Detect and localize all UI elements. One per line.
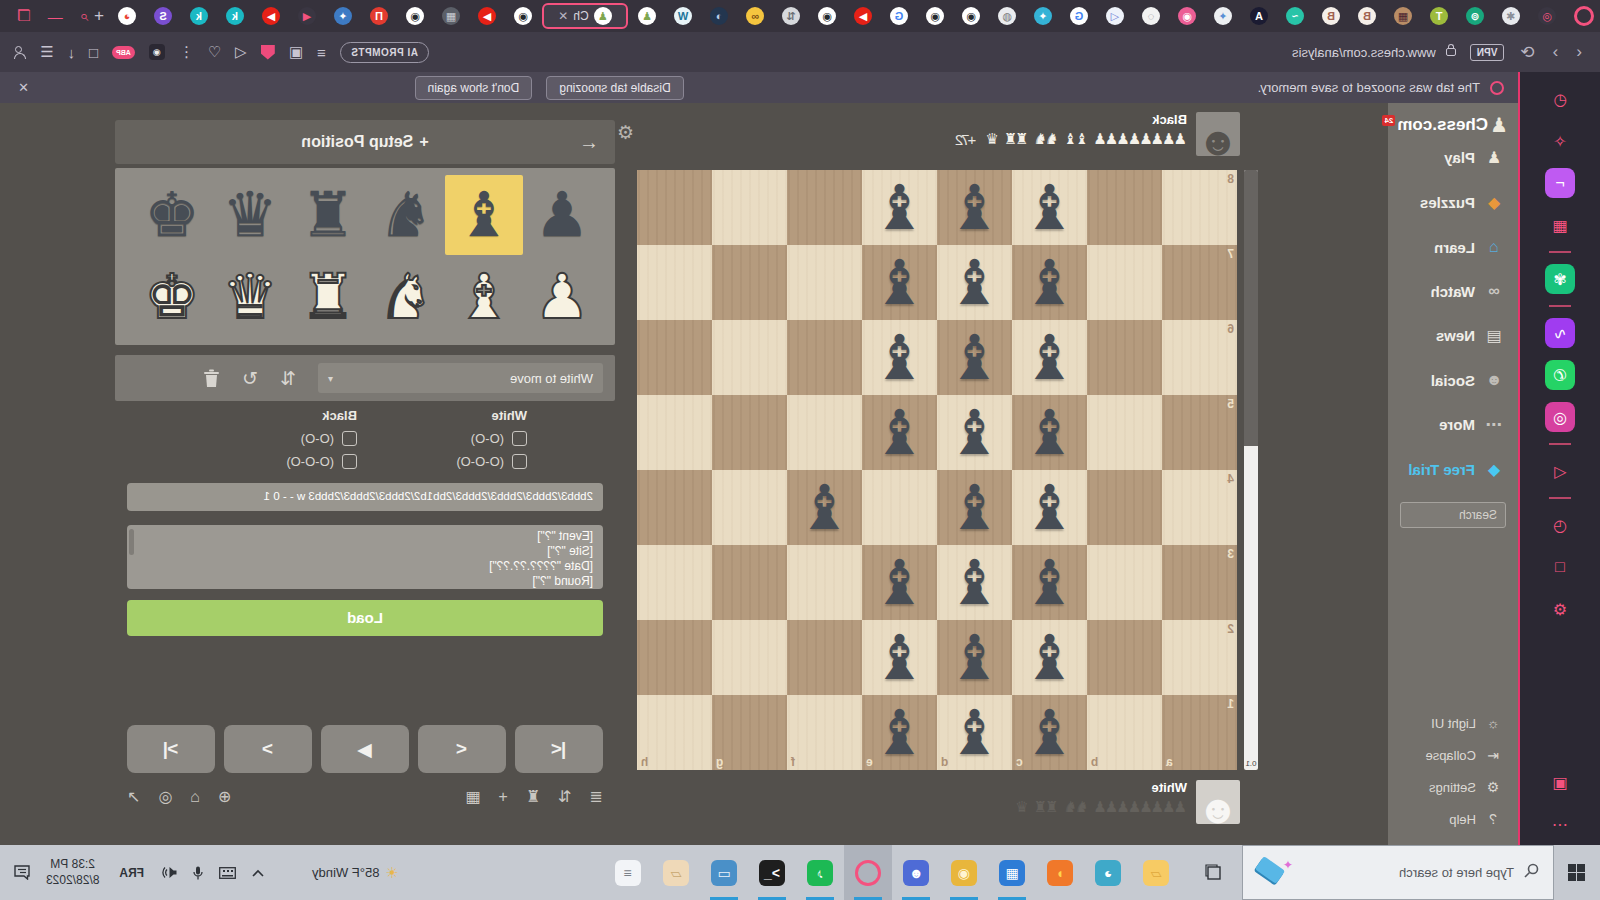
panel-header: ← +Setup Position	[115, 120, 615, 164]
black-bishop[interactable]: ♝	[862, 245, 937, 320]
play-forward-button[interactable]: ▶	[321, 725, 409, 773]
square-c4[interactable]: ♝	[1012, 470, 1087, 545]
broom-icon[interactable]: ✧	[1545, 126, 1575, 156]
captured-group: ♜♜	[1036, 798, 1059, 816]
browser-tab[interactable]: T	[1422, 3, 1456, 29]
browser-tab[interactable]: G	[882, 3, 916, 29]
printer-app-icon: ▭	[711, 860, 737, 886]
practice-icon[interactable]: ◎	[158, 787, 172, 806]
square-g3[interactable]	[712, 545, 787, 620]
square-c7[interactable]: ♝	[1012, 245, 1087, 320]
sidebar-item-learn[interactable]: ⌂Learn	[1388, 225, 1518, 269]
red-pi-tab: Π	[370, 7, 388, 25]
opera-gx-app[interactable]	[844, 845, 892, 900]
white-king-icon: ♚	[144, 266, 200, 328]
sidebar-item-more[interactable]: ⋯More	[1388, 402, 1518, 447]
spotify-app[interactable]: ♪	[796, 845, 844, 900]
white-rook-palette[interactable]: ♜	[289, 257, 367, 337]
browser-tab[interactable]: ◎	[1530, 3, 1564, 29]
to-move-row: White to move ▾ ⇅ ↻	[115, 355, 615, 401]
sidebar-footer-settings[interactable]: ⚙Settings	[1388, 771, 1518, 803]
touch-keyboard-icon[interactable]	[219, 867, 236, 879]
black-bishop-palette[interactable]: ♝	[445, 175, 523, 255]
clock[interactable]: 2:38 PM 8/28/2023	[46, 857, 99, 888]
square-a3[interactable]: 3	[1162, 545, 1237, 620]
tab-close-icon[interactable]: ✕	[558, 9, 568, 23]
white-captured-pieces: ♟♟♟♟♟♟♟♟♞♞♜♜♛	[1010, 798, 1187, 816]
square-c6[interactable]: ♝	[1012, 320, 1087, 395]
browser-tab[interactable]: ▶	[470, 3, 504, 29]
notification-close-icon[interactable]: ✕	[18, 80, 29, 95]
box-extension-icon[interactable]: □	[89, 44, 98, 61]
clock-icon[interactable]: ◷	[1545, 510, 1575, 540]
browser-tab[interactable]: ◉	[954, 3, 988, 29]
square-e2[interactable]: ♝	[862, 620, 937, 695]
black-bishop[interactable]: ♝	[937, 470, 1012, 545]
pieces-icon[interactable]: ♜	[526, 787, 540, 806]
black-queen-palette[interactable]: ♛	[211, 175, 289, 255]
sidebar-footer-label: Collapse	[1425, 748, 1476, 763]
browser-tab[interactable]: ▶	[846, 3, 880, 29]
square-f7[interactable]	[787, 245, 862, 320]
square-h2[interactable]	[637, 620, 712, 695]
square-b7[interactable]	[1087, 245, 1162, 320]
evaluation-bar-black-side	[1244, 170, 1258, 446]
black-bishop[interactable]: ♝	[1012, 545, 1087, 620]
square-e1[interactable]: e♝	[862, 695, 937, 770]
browser-tab[interactable]: ⇅	[774, 3, 808, 29]
black-bishop[interactable]: ♝	[1012, 470, 1087, 545]
chess-board[interactable]: 8♝♝♝7♝♝♝6♝♝♝5♝♝♝4♝♝♝3♝♝♝2♝♝♝1abc♝d♝e♝fgh	[637, 170, 1237, 770]
black-avatar[interactable]: ☻	[1196, 112, 1240, 156]
square-h3[interactable]	[637, 545, 712, 620]
snooze-notification-bar: The tab was snoozed to save memory. Disa…	[0, 72, 1518, 103]
gold-app[interactable]: ◉	[940, 845, 988, 900]
task-view-button[interactable]	[1194, 845, 1234, 900]
black-bishop[interactable]: ♝	[862, 395, 937, 470]
browser-tab[interactable]: ◌	[1134, 3, 1168, 29]
browser-tab[interactable]: ◉	[918, 3, 952, 29]
printer-app[interactable]: ▭	[700, 845, 748, 900]
browser-tab[interactable]: ▦	[1386, 3, 1420, 29]
browser-tab[interactable]: ∞	[738, 3, 772, 29]
dark-piece-row: ♟♝♞♜♛♚	[129, 174, 601, 256]
go-to-end-button[interactable]: >|	[127, 725, 215, 773]
hidden-icons-chevron[interactable]	[252, 869, 264, 877]
github-tab: ◉	[406, 7, 424, 25]
instagram-icon[interactable]: ◎	[1545, 402, 1575, 432]
disable-tab-snoozing-button[interactable]: Disable tab snoozing	[546, 76, 683, 100]
action-center-icon[interactable]	[14, 865, 30, 880]
square-b5[interactable]	[1087, 395, 1162, 470]
rank-label: 7	[1227, 247, 1234, 261]
material-score: +72	[957, 131, 976, 148]
snapshot-camera-icon[interactable]: ▣	[289, 43, 303, 61]
square-a1[interactable]: 1a	[1162, 695, 1237, 770]
sidebar-item-news[interactable]: ▤News	[1388, 313, 1518, 358]
download-icon[interactable]: ↓	[67, 44, 75, 61]
github-tab: ◉	[962, 7, 980, 25]
square-a4[interactable]: 4	[1162, 470, 1237, 545]
dont-show-again-button[interactable]: Don't show again	[415, 76, 533, 100]
captured-group: ♜♜	[1006, 130, 1029, 148]
square-f3[interactable]	[787, 545, 862, 620]
overflow-dots-icon[interactable]: ⋮	[179, 43, 194, 61]
square-b6[interactable]	[1087, 320, 1162, 395]
white-player-name: White	[1010, 780, 1187, 795]
black-rook-palette[interactable]: ♜	[289, 175, 367, 255]
browser-tab[interactable]: ▦	[434, 3, 468, 29]
weather-text: 85°F Windy	[312, 865, 379, 880]
microphone-icon[interactable]	[193, 866, 203, 880]
messenger-icon[interactable]: ∿	[1545, 318, 1575, 348]
whatsapp-icon[interactable]: ✆	[1545, 360, 1575, 390]
ai-prompts-button[interactable]: AI PROMPTS	[340, 42, 429, 63]
chesscom-logo[interactable]: ♟ Chess.com 24	[1388, 103, 1518, 135]
black-king-palette[interactable]: ♚	[133, 175, 211, 255]
black-kingside-checkbox[interactable]	[342, 431, 357, 446]
image-icon[interactable]: ▣	[1545, 767, 1575, 797]
youtube-tab: ▶	[478, 7, 496, 25]
black-bishop[interactable]: ♝	[937, 170, 1012, 245]
square-h7[interactable]	[637, 245, 712, 320]
browser-tab[interactable]: ◕	[110, 3, 144, 29]
forward-icon[interactable]: ›	[1553, 42, 1559, 62]
white-queenside-checkbox[interactable]	[512, 454, 527, 469]
file-label: g	[716, 755, 723, 769]
gear-icon: ⚙	[1484, 779, 1502, 795]
square-b1[interactable]: b	[1087, 695, 1162, 770]
rank-label: 3	[1227, 547, 1234, 561]
sidebar-item-play[interactable]: ♟Play	[1388, 135, 1518, 180]
speaker-icon[interactable]	[162, 866, 177, 879]
heart-extension-icon[interactable]: ♡	[208, 43, 221, 61]
browser-tab[interactable]: ▶	[254, 3, 288, 29]
firefox-app[interactable]: ◗	[1036, 845, 1084, 900]
square-b8[interactable]	[1087, 170, 1162, 245]
browser-tab[interactable]: ◉	[810, 3, 844, 29]
send-extension-icon[interactable]: ◁	[235, 43, 247, 61]
white-castling-header: White	[377, 408, 527, 423]
square-g1[interactable]: g	[712, 695, 787, 770]
browser-tab[interactable]: Π	[362, 3, 396, 29]
black-player-row: ☻ Black ♟♟♟♟♟♟♟♟♝♝♞♞♜♜♛+72	[957, 112, 1240, 156]
adblock-icon[interactable]: ABP	[112, 46, 135, 59]
square-e8[interactable]: ♝	[862, 170, 937, 245]
dark-extension-icon[interactable]: ◉	[149, 44, 165, 60]
square-g7[interactable]	[712, 245, 787, 320]
github-tab: ◉	[926, 7, 944, 25]
page-icon[interactable]: ≡	[317, 44, 326, 61]
chrome-app[interactable]: ◕	[1084, 845, 1132, 900]
square-b4[interactable]	[1087, 470, 1162, 545]
square-b2[interactable]	[1087, 620, 1162, 695]
square-d4[interactable]: ♝	[937, 470, 1012, 545]
black-bishop[interactable]: ♝	[1012, 170, 1087, 245]
square-d3[interactable]: ♝	[937, 545, 1012, 620]
chrome-tab: ◕	[118, 7, 136, 25]
browser-tab[interactable]: k	[218, 3, 252, 29]
sidebar-item-label: Play	[1444, 149, 1475, 166]
board-settings-gear-icon[interactable]: ⚙	[617, 121, 634, 144]
browser-tab[interactable]: ◁	[1098, 3, 1132, 29]
teal-bird-tab: ✦	[1034, 7, 1052, 25]
black-bishop[interactable]: ♝	[862, 695, 937, 770]
square-a6[interactable]: 6	[1162, 320, 1237, 395]
fen-input[interactable]: 2bbb3/2bbb3/2bbb3/2bbb3/2bb1b2/2bbb3/2bb…	[127, 483, 603, 511]
sidebar-item-puzzles[interactable]: ◆Puzzles	[1388, 180, 1518, 225]
browser-tab[interactable]: ◑	[702, 3, 736, 29]
new-tab-button[interactable]: +	[94, 6, 104, 26]
white-king-palette[interactable]: ♚	[133, 257, 211, 337]
share-icon[interactable]: ↗	[127, 787, 140, 806]
black-bishop[interactable]: ♝	[937, 545, 1012, 620]
square-d8[interactable]: ♝	[937, 170, 1012, 245]
box-icon[interactable]: □	[1545, 552, 1575, 582]
sidebar-search-input[interactable]: Search	[1400, 502, 1506, 528]
black-bishop[interactable]: ♝	[937, 695, 1012, 770]
board-editor-icon[interactable]: ▦	[465, 787, 480, 806]
browser-tab[interactable]: W	[666, 3, 700, 29]
restore-icon[interactable]: ❐	[17, 7, 30, 25]
square-d1[interactable]: d♝	[937, 695, 1012, 770]
dots-icon: ⋯	[1484, 415, 1504, 434]
go-to-start-button[interactable]: |<	[515, 725, 603, 773]
browser-tab[interactable]: B	[1350, 3, 1384, 29]
square-h4[interactable]	[637, 470, 712, 545]
minimize-icon[interactable]: —	[48, 8, 63, 25]
store-app[interactable]: ▦	[988, 845, 1036, 900]
browser-tab[interactable]: A	[1242, 3, 1276, 29]
white-bishop-palette[interactable]: ♝	[445, 257, 523, 337]
green-t-tab: T	[1430, 7, 1448, 25]
square-e3[interactable]: ♝	[862, 545, 937, 620]
sidebar-footer-label: Settings	[1429, 780, 1476, 795]
chatgpt-icon[interactable]: ✾	[1545, 264, 1575, 294]
reset-board-icon[interactable]: ↻	[242, 367, 258, 390]
pgn-line: [Site "?"]	[137, 544, 593, 559]
newspaper-icon: ▤	[1484, 326, 1504, 345]
black-bishop[interactable]: ♝	[937, 620, 1012, 695]
add-icon[interactable]: +	[499, 788, 508, 806]
flip-board-icon[interactable]: ⇅	[280, 367, 296, 390]
square-g2[interactable]	[712, 620, 787, 695]
white-knight-palette[interactable]: ♞	[367, 257, 445, 337]
black-pawn-palette[interactable]: ♟	[523, 175, 601, 255]
mail-app[interactable]: ≡	[604, 845, 652, 900]
black-bishop[interactable]: ♝	[937, 395, 1012, 470]
square-c2[interactable]: ♝	[1012, 620, 1087, 695]
square-f6[interactable]	[787, 320, 862, 395]
white-pawn-palette[interactable]: ♟	[523, 257, 601, 337]
rank-label: 5	[1227, 397, 1234, 411]
opera-gx-logo-icon[interactable]	[1574, 6, 1594, 26]
black-bishop[interactable]: ♝	[862, 320, 937, 395]
black-knight-palette[interactable]: ♞	[367, 175, 445, 255]
browser-tab[interactable]: k	[182, 3, 216, 29]
terminal-app[interactable]: >_	[748, 845, 796, 900]
browser-tab[interactable]: ✦	[1206, 3, 1240, 29]
browser-tab[interactable]: ◉	[506, 3, 540, 29]
black-bishop[interactable]: ♝	[862, 620, 937, 695]
black-bishop[interactable]: ♝	[1012, 695, 1087, 770]
square-d6[interactable]: ♝	[937, 320, 1012, 395]
b-doc-tab: B	[1358, 7, 1376, 25]
square-g4[interactable]	[712, 470, 787, 545]
clear-board-trash-icon[interactable]	[203, 369, 220, 388]
explorer-icon[interactable]: ⊕	[218, 787, 231, 806]
profile-icon[interactable]	[14, 46, 26, 58]
square-g5[interactable]	[712, 395, 787, 470]
pgn-line: [Date "????.??.??"]	[137, 559, 593, 574]
browser-tab[interactable]: ♟	[630, 3, 664, 29]
opera-gx-app-icon	[855, 860, 881, 886]
file-label: a	[1166, 755, 1173, 769]
black-bishop[interactable]: ♝	[1012, 620, 1087, 695]
square-h8[interactable]	[637, 170, 712, 245]
sidebar-item-watch[interactable]: ∞Watch	[1388, 269, 1518, 313]
side-to-move-select[interactable]: White to move ▾	[318, 363, 603, 393]
black-bishop[interactable]: ♝	[787, 470, 862, 545]
black-queenside-checkbox[interactable]	[342, 454, 357, 469]
black-bishop[interactable]: ♝	[1012, 320, 1087, 395]
sliders-icon[interactable]: ☰	[40, 43, 53, 61]
square-e5[interactable]: ♝	[862, 395, 937, 470]
square-b3[interactable]	[1087, 545, 1162, 620]
vpn-badge[interactable]: VPN	[1470, 44, 1505, 61]
black-bishop[interactable]: ♝	[862, 170, 937, 245]
terminal-app-icon: >_	[759, 860, 785, 886]
twitch-icon[interactable]: ⌐	[1545, 168, 1575, 198]
square-f8[interactable]	[787, 170, 862, 245]
browser-tab[interactable]: ✱	[1494, 3, 1528, 29]
gear-icon[interactable]: ⚙	[1545, 594, 1575, 624]
browser-tab[interactable]: ◀	[290, 3, 324, 29]
folder-app[interactable]: ▱	[1132, 845, 1180, 900]
square-h6[interactable]	[637, 320, 712, 395]
square-g8[interactable]	[712, 170, 787, 245]
chip-icon[interactable]: ▦	[1545, 210, 1575, 240]
white-castling-column: White (O-O) (O-O-O)	[377, 408, 527, 477]
black-bishop[interactable]: ♝	[937, 245, 1012, 320]
black-bishop[interactable]: ♝	[1012, 395, 1087, 470]
square-h1[interactable]: h	[637, 695, 712, 770]
square-f2[interactable]	[787, 620, 862, 695]
sidebar-footer-label: Help	[1449, 812, 1476, 827]
address-bar[interactable]: www.chess.com/analysis	[1292, 45, 1436, 60]
sidebar-footer-help[interactable]: ?Help	[1388, 803, 1518, 835]
browser-tab[interactable]: G	[1062, 3, 1096, 29]
shield-extension-icon[interactable]	[261, 45, 275, 60]
weather-widget[interactable]: ☀ 85°F Windy	[312, 864, 399, 882]
back-icon[interactable]: ‹	[1576, 42, 1582, 62]
browser-tab[interactable]: S	[146, 3, 180, 29]
square-c1[interactable]: c♝	[1012, 695, 1087, 770]
browser-tab[interactable]: ◉	[1170, 3, 1204, 29]
flip-board-icon[interactable]: ⇅	[558, 787, 571, 806]
white-avatar[interactable]: ☻	[1196, 780, 1240, 824]
sidebar-footer-collapse[interactable]: ⇤Collapse	[1388, 739, 1518, 771]
taskbar-search-box[interactable]: Type here to search ✦	[1242, 845, 1554, 900]
square-e4[interactable]	[862, 470, 937, 545]
blue-tab: ✦	[334, 7, 352, 25]
library-icon[interactable]: ⌂	[190, 788, 200, 806]
browser-tab[interactable]: B	[1314, 3, 1348, 29]
rank-label: 6	[1227, 322, 1234, 336]
square-f1[interactable]: f	[787, 695, 862, 770]
white-queen-palette[interactable]: ♛	[211, 257, 289, 337]
divider	[1549, 251, 1571, 253]
captured-group: ♛	[1017, 798, 1028, 816]
square-d5[interactable]: ♝	[937, 395, 1012, 470]
square-a7[interactable]: 7	[1162, 245, 1237, 320]
black-bishop[interactable]: ♝	[862, 545, 937, 620]
sidebar-item-social[interactable]: ☻Social	[1388, 358, 1518, 402]
date: 8/28/2023	[46, 873, 99, 889]
white-kingside-checkbox[interactable]	[512, 431, 527, 446]
search-icon[interactable]: ⌕	[80, 7, 88, 25]
browser-tab[interactable]: ✦	[1026, 3, 1060, 29]
square-e7[interactable]: ♝	[862, 245, 937, 320]
square-a2[interactable]: 2	[1162, 620, 1237, 695]
square-h5[interactable]	[637, 395, 712, 470]
load-button[interactable]: Load	[127, 600, 603, 636]
reload-icon[interactable]: ⟳	[1520, 42, 1534, 63]
forward-button[interactable]: >	[224, 725, 312, 773]
analysis-lines-icon[interactable]: ≣	[590, 787, 603, 806]
collapse-icon: ⇤	[1484, 747, 1502, 763]
teams-app[interactable]: ☻	[892, 845, 940, 900]
browser-tab[interactable]: ⊚	[1458, 3, 1492, 29]
square-c3[interactable]: ♝	[1012, 545, 1087, 620]
gx-sidebar: ◴✧⌐▦✾∿✆◎◁◷□⚙▣⋯	[1518, 72, 1600, 845]
chesscom-pawn-icon: ♟	[1490, 115, 1508, 135]
square-g6[interactable]	[712, 320, 787, 395]
pgn-textarea[interactable]: [Event "?"][Site "?"][Date "????.??.??"]…	[127, 525, 603, 589]
scrollbar-thumb[interactable]	[129, 529, 134, 555]
folder2-app[interactable]: ▱	[652, 845, 700, 900]
square-c5[interactable]: ♝	[1012, 395, 1087, 470]
browser-tab[interactable]: ◉	[398, 3, 432, 29]
square-a5[interactable]: 5	[1162, 395, 1237, 470]
speedometer-icon[interactable]: ◴	[1545, 84, 1575, 114]
browser-tab[interactable]: ◍	[990, 3, 1024, 29]
more-icon[interactable]: ⋯	[1545, 809, 1575, 839]
browser-tab[interactable]: ✦	[326, 3, 360, 29]
sidebar-item-free-trial[interactable]: ◆Free Trial	[1388, 447, 1518, 492]
square-d7[interactable]: ♝	[937, 245, 1012, 320]
language-indicator[interactable]: FRA	[119, 866, 144, 880]
black-bishop[interactable]: ♝	[937, 320, 1012, 395]
play-circle-icon[interactable]: ◁	[1545, 456, 1575, 486]
black-bishop[interactable]: ♝	[1012, 245, 1087, 320]
window-controls: ⌕ — ❐ ✕	[0, 7, 88, 25]
square-e6[interactable]: ♝	[862, 320, 937, 395]
square-f5[interactable]	[787, 395, 862, 470]
browser-tab-active[interactable]: ♟Ch✕	[542, 3, 628, 29]
pgn-line: [Round "?"]	[137, 574, 593, 589]
back-button[interactable]: <	[418, 725, 506, 773]
square-d2[interactable]: ♝	[937, 620, 1012, 695]
start-button[interactable]	[1554, 845, 1600, 900]
sidebar-footer-light-ui[interactable]: ☼Light UI	[1388, 707, 1518, 739]
freecodecamp-tab: A	[1250, 7, 1268, 25]
square-a8[interactable]: 8	[1162, 170, 1237, 245]
browser-tab[interactable]: ~	[1278, 3, 1312, 29]
square-f4[interactable]: ♝	[787, 470, 862, 545]
black-king-icon: ♚	[144, 184, 200, 246]
square-c8[interactable]: ♝	[1012, 170, 1087, 245]
